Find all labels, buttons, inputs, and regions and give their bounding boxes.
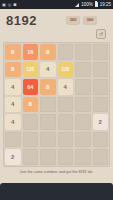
empty-cell-r6c2 xyxy=(23,132,39,148)
status-time: 19:25 xyxy=(100,2,111,7)
undo-button[interactable]: ↺ xyxy=(96,29,106,39)
tile-8-r3c3: 8 xyxy=(40,79,56,95)
empty-cell-r7c4 xyxy=(58,149,74,165)
tile-4-r3c4: 4 xyxy=(58,79,74,95)
undo-icon: ↺ xyxy=(99,32,103,37)
empty-cell-r3c5 xyxy=(75,79,91,95)
score-box: 1840 xyxy=(66,15,80,24)
tile-8-r2c1: 8 xyxy=(5,62,21,78)
app-screen: ▣ ◎ ◼ 100% 19:25 8192 1840 1840 ↺ 816881… xyxy=(0,0,113,200)
empty-cell-r6c4 xyxy=(58,132,74,148)
tile-4-r4c1: 4 xyxy=(5,97,21,113)
empty-cell-r4c3 xyxy=(40,97,56,113)
empty-cell-r5c4 xyxy=(58,114,74,130)
empty-cell-r1c5 xyxy=(75,44,91,60)
empty-cell-r4c4 xyxy=(58,97,74,113)
tile-128-r2c2: 128 xyxy=(23,62,39,78)
tile-16-r1c2: 16 xyxy=(23,44,39,60)
status-system-icons: 100% 19:25 xyxy=(75,2,111,7)
app-title: 8192 xyxy=(6,13,37,28)
notification-icon-2: ◎ xyxy=(8,3,12,7)
hint-text: Join the same numbers and get the 8192 t… xyxy=(0,170,113,174)
empty-cell-r6c1 xyxy=(5,132,21,148)
android-nav-bar xyxy=(0,183,113,200)
empty-cell-r6c3 xyxy=(40,132,56,148)
empty-cell-r4c5 xyxy=(75,97,91,113)
notification-icon-3: ◼ xyxy=(13,3,16,7)
tile-128-r2c4: 128 xyxy=(58,62,74,78)
empty-cell-r7c6 xyxy=(93,149,109,165)
empty-cell-r1c4 xyxy=(58,44,74,60)
tile-4-r2c3: 4 xyxy=(40,62,56,78)
signal-icon xyxy=(75,3,79,7)
empty-cell-r5c5 xyxy=(75,114,91,130)
empty-cell-r7c5 xyxy=(75,149,91,165)
battery-percent: 100% xyxy=(81,2,93,7)
empty-cell-r2c6 xyxy=(93,62,109,78)
empty-cell-r3c6 xyxy=(93,79,109,95)
board[interactable]: 8168812841284648448422 xyxy=(3,42,110,167)
tile-4-r5c1: 4 xyxy=(5,114,21,130)
empty-cell-r2c5 xyxy=(75,62,91,78)
tile-64-r3c2: 64 xyxy=(23,79,39,95)
battery-icon xyxy=(95,2,98,7)
empty-cell-r5c3 xyxy=(40,114,56,130)
empty-cell-r4c6 xyxy=(93,97,109,113)
empty-cell-r6c6 xyxy=(93,132,109,148)
tile-4-r3c1: 4 xyxy=(5,79,21,95)
header: 8192 1840 1840 ↺ xyxy=(0,9,113,42)
best-box: 1840 xyxy=(83,15,97,24)
tile-8-r4c2: 8 xyxy=(23,97,39,113)
tile-8-r1c1: 8 xyxy=(5,44,21,60)
status-bar: ▣ ◎ ◼ 100% 19:25 xyxy=(0,0,113,9)
empty-cell-r7c2 xyxy=(23,149,39,165)
tile-2-r7c1: 2 xyxy=(5,149,21,165)
empty-cell-r6c5 xyxy=(75,132,91,148)
tile-8-r1c3: 8 xyxy=(40,44,56,60)
empty-cell-r7c3 xyxy=(40,149,56,165)
notification-icon-1: ▣ xyxy=(2,3,6,7)
tile-2-r5c6: 2 xyxy=(93,114,109,130)
empty-cell-r5c2 xyxy=(23,114,39,130)
empty-cell-r1c6 xyxy=(93,44,109,60)
status-notification-icons: ▣ ◎ ◼ xyxy=(2,3,17,7)
